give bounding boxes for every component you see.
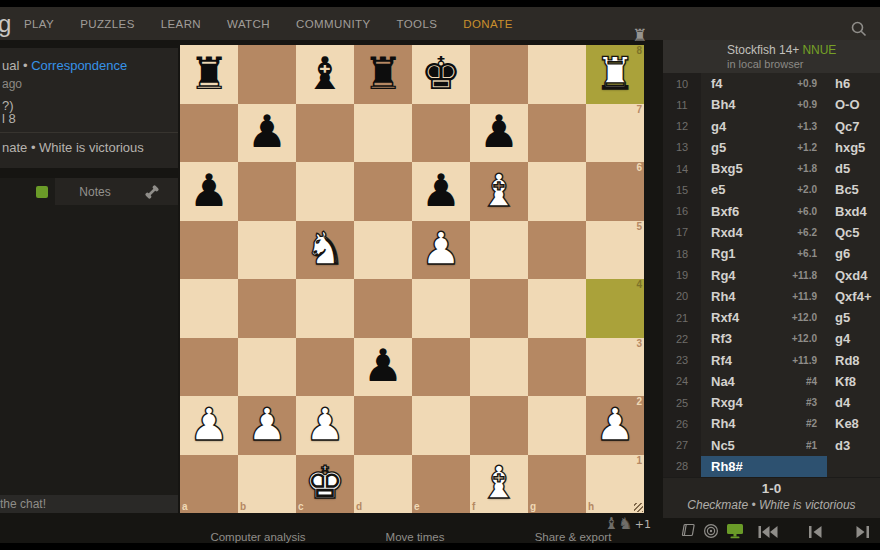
white-move[interactable]: f4 xyxy=(701,76,787,91)
square-g8[interactable] xyxy=(528,45,586,104)
practice-target-icon[interactable] xyxy=(703,523,719,543)
move-row-21: 21Rxf4+12.0g5 xyxy=(663,307,880,328)
eval-badge: #4 xyxy=(787,376,817,387)
eval-badge: +6.2 xyxy=(787,227,817,238)
piece-black-king: ♚ xyxy=(421,51,461,96)
square-d8[interactable]: ♜ xyxy=(354,45,412,104)
white-move[interactable]: Rxd4 xyxy=(701,225,787,240)
white-move[interactable]: Rh4 xyxy=(701,289,787,304)
white-move[interactable]: Rf4 xyxy=(701,353,787,368)
computer-analysis-toggle-icon[interactable] xyxy=(726,523,744,543)
white-move[interactable]: Bxg5 xyxy=(701,161,787,176)
coord-rank-1: 1 xyxy=(636,456,642,466)
black-move[interactable]: h6 xyxy=(835,76,850,91)
captured-knight-icon: ♞ xyxy=(618,516,632,532)
move-number: 24 xyxy=(663,371,701,392)
move-list: 10f4+0.9h611Bh4+0.9O-O12g4+1.3Qc713g5+1.… xyxy=(663,73,880,477)
square-d7[interactable] xyxy=(354,104,412,163)
eval-badge: +0.9 xyxy=(787,78,817,89)
bottom-border-strip xyxy=(0,543,880,550)
piece-white-king: ♚ xyxy=(305,460,345,505)
square-b6[interactable] xyxy=(238,162,296,221)
move-row-26: 26Rh4#2Ke8 xyxy=(663,413,880,434)
square-e4[interactable] xyxy=(412,279,470,338)
white-move[interactable]: Rf3 xyxy=(701,331,787,346)
square-a1[interactable]: a xyxy=(180,455,238,514)
eval-badge: +6.1 xyxy=(787,248,817,259)
lichess-analysis-page: g PLAYPUZZLESLEARNWATCHCOMMUNITYTOOLSDON… xyxy=(0,0,880,550)
coord-file-f: f xyxy=(472,502,475,512)
piece-black-pawn: ♟ xyxy=(421,168,461,213)
square-c5[interactable]: ♞ xyxy=(296,221,354,280)
move-number: 17 xyxy=(663,222,701,243)
square-d1[interactable]: d xyxy=(354,455,412,514)
white-move[interactable]: g5 xyxy=(701,140,787,155)
square-b8[interactable] xyxy=(238,45,296,104)
square-c4[interactable] xyxy=(296,279,354,338)
move-number: 27 xyxy=(663,435,701,456)
eval-badge: #2 xyxy=(787,418,817,429)
move-number: 25 xyxy=(663,392,701,413)
white-move[interactable]: Nc5 xyxy=(701,438,787,453)
move-number: 26 xyxy=(663,413,701,434)
black-move[interactable]: hxg5 xyxy=(835,140,865,155)
tab-share-export[interactable]: Share & export xyxy=(535,531,612,543)
eval-badge: +11.8 xyxy=(787,270,817,281)
result-block: 1-0 Checkmate • White is victorious xyxy=(663,477,880,518)
move-row-12: 12g4+1.3Qc7 xyxy=(663,116,880,137)
move-row-27: 27Nc5#1d3 xyxy=(663,435,880,456)
square-b4[interactable] xyxy=(238,279,296,338)
black-move[interactable]: g4 xyxy=(835,331,850,346)
game-meta-panel: ual • Correspondence ago ?) l 8 nate • W… xyxy=(0,48,178,168)
phone-icon[interactable] xyxy=(144,184,160,204)
top-nav: g PLAYPUZZLESLEARNWATCHCOMMUNITYTOOLSDON… xyxy=(0,7,880,40)
coord-rank-8: 8 xyxy=(636,46,642,56)
move-number: 11 xyxy=(663,94,701,115)
coord-rank-6: 6 xyxy=(636,163,642,173)
move-number: 23 xyxy=(663,349,701,370)
square-a7[interactable] xyxy=(180,104,238,163)
nav-menu: PLAYPUZZLESLEARNWATCHCOMMUNITYTOOLSDONAT… xyxy=(24,18,513,30)
tab-move-times[interactable]: Move times xyxy=(386,531,445,543)
square-d6[interactable] xyxy=(354,162,412,221)
move-number: 14 xyxy=(663,158,701,179)
nav-item-tools[interactable]: TOOLS xyxy=(396,18,437,30)
white-move[interactable]: Rxf4 xyxy=(701,310,787,325)
move-row-18: 18Rg1+6.1g6 xyxy=(663,243,880,264)
engine-name-line: Stockfish 14+NNUE xyxy=(727,43,880,57)
square-e5[interactable]: ♟ xyxy=(412,221,470,280)
eval-badge: +1.2 xyxy=(787,142,817,153)
move-number: 15 xyxy=(663,179,701,200)
black-player-line: l 8 xyxy=(2,111,16,126)
tab-chat-room[interactable] xyxy=(0,178,55,205)
game-status-line: nate • White is victorious xyxy=(2,140,144,155)
black-move[interactable]: Bxd4 xyxy=(835,204,867,219)
eval-badge: +1.8 xyxy=(787,163,817,174)
eval-badge: #1 xyxy=(787,440,817,451)
black-move[interactable]: Qc7 xyxy=(835,119,860,134)
coord-file-h: h xyxy=(588,502,594,512)
piece-white-pawn: ♟ xyxy=(189,402,229,447)
black-move[interactable]: d4 xyxy=(835,395,850,410)
square-d5[interactable] xyxy=(354,221,412,280)
move-row-17: 17Rxd4+6.2Qc5 xyxy=(663,222,880,243)
black-move[interactable]: Bc5 xyxy=(835,182,859,197)
search-icon[interactable] xyxy=(850,20,868,42)
piece-white-pawn: ♟ xyxy=(247,402,287,447)
square-g4[interactable] xyxy=(528,279,586,338)
white-move[interactable]: Rh8# xyxy=(701,459,787,474)
white-move[interactable]: Rg4 xyxy=(701,268,787,283)
coord-rank-3: 3 xyxy=(636,339,642,349)
eval-badge: +1.3 xyxy=(787,121,817,132)
game-time-ago: ago xyxy=(2,77,22,91)
white-move[interactable]: Bxf6 xyxy=(701,204,787,219)
move-row-19: 19Rg4+11.8Qxd4 xyxy=(663,264,880,285)
square-c1[interactable]: c♚ xyxy=(296,455,354,514)
move-row-22: 22Rf3+12.0g4 xyxy=(663,328,880,349)
engine-location: in local browser xyxy=(727,58,880,70)
chat-tabs: Notes xyxy=(0,178,178,205)
square-e8[interactable]: ♚ xyxy=(412,45,470,104)
square-f6[interactable]: ♝ xyxy=(470,162,528,221)
tab-notes[interactable]: Notes xyxy=(55,178,135,205)
piece-white-bishop: ♝ xyxy=(479,168,519,213)
eval-badge: +2.0 xyxy=(787,184,817,195)
black-move[interactable]: Qc5 xyxy=(835,225,860,240)
square-d4[interactable] xyxy=(354,279,412,338)
black-move[interactable]: Qxf4+ xyxy=(835,289,872,304)
nav-item-play[interactable]: PLAY xyxy=(24,18,54,30)
square-a4[interactable] xyxy=(180,279,238,338)
piece-white-rook: ♜ xyxy=(595,51,635,96)
opening-book-icon[interactable] xyxy=(680,523,696,542)
square-e3[interactable] xyxy=(412,338,470,397)
eval-badge: +0.9 xyxy=(787,99,817,110)
square-g7[interactable] xyxy=(528,104,586,163)
eval-badge: +6.0 xyxy=(787,206,817,217)
move-row-20: 20Rh4+11.9Qxf4+ xyxy=(663,286,880,307)
black-move[interactable]: g6 xyxy=(835,246,850,261)
chess-board: ♜♝♜♚8♜♟♟7♟♟♝6♞♟54♟3♟♟♟2♟abc♚def♝g1h xyxy=(180,45,644,513)
square-g2[interactable] xyxy=(528,396,586,455)
eval-badge: +11.9 xyxy=(787,355,817,366)
move-number: 10 xyxy=(663,73,701,94)
piece-white-pawn: ♟ xyxy=(595,402,635,447)
square-e6[interactable]: ♟ xyxy=(412,162,470,221)
move-row-16: 16Bxf6+6.0Bxd4 xyxy=(663,201,880,222)
black-move[interactable]: Qxd4 xyxy=(835,268,868,283)
divider xyxy=(0,132,178,133)
white-move[interactable]: Rg1 xyxy=(701,246,787,261)
square-h2[interactable]: 2♟ xyxy=(586,396,644,455)
tab-computer-analysis[interactable]: Computer analysis xyxy=(210,531,305,543)
move-number: 28 xyxy=(663,456,701,477)
piece-black-pawn: ♟ xyxy=(363,343,403,388)
move-number: 19 xyxy=(663,264,701,285)
nav-item-community[interactable]: COMMUNITY xyxy=(296,18,371,30)
coord-file-d: d xyxy=(356,502,362,512)
black-move[interactable]: Rd8 xyxy=(835,353,860,368)
move-row-11: 11Bh4+0.9O-O xyxy=(663,94,880,115)
square-a5[interactable] xyxy=(180,221,238,280)
coord-rank-7: 7 xyxy=(636,105,642,115)
square-c7[interactable] xyxy=(296,104,354,163)
coord-rank-5: 5 xyxy=(636,222,642,232)
material-advantage: +1 xyxy=(635,518,651,531)
previous-move-icon[interactable] xyxy=(808,525,823,543)
site-logo-fragment[interactable]: g xyxy=(0,9,14,39)
top-border-strip xyxy=(0,0,880,7)
square-f5[interactable] xyxy=(470,221,528,280)
go-to-end-icon[interactable] xyxy=(855,525,870,543)
move-number: 16 xyxy=(663,201,701,222)
square-a2[interactable]: ♟ xyxy=(180,396,238,455)
piece-white-knight: ♞ xyxy=(305,226,345,271)
square-d3[interactable]: ♟ xyxy=(354,338,412,397)
square-b5[interactable] xyxy=(238,221,296,280)
square-d2[interactable] xyxy=(354,396,412,455)
move-number: 13 xyxy=(663,137,701,158)
square-g1[interactable]: g xyxy=(528,455,586,514)
move-number: 18 xyxy=(663,243,701,264)
piece-white-pawn: ♟ xyxy=(305,402,345,447)
coord-rank-2: 2 xyxy=(636,397,642,407)
square-f7[interactable]: ♟ xyxy=(470,104,528,163)
chat-input[interactable]: the chat! xyxy=(0,495,178,513)
square-h8[interactable]: 8♜ xyxy=(586,45,644,104)
game-type-line: ual • Correspondence xyxy=(2,58,127,73)
coord-file-c: c xyxy=(298,502,304,512)
white-move[interactable]: Bh4 xyxy=(701,97,787,112)
square-b2[interactable]: ♟ xyxy=(238,396,296,455)
correspondence-link[interactable]: Correspondence xyxy=(31,58,127,73)
square-h7[interactable]: 7 xyxy=(586,104,644,163)
coord-file-a: a xyxy=(182,502,188,512)
square-a8[interactable]: ♜ xyxy=(180,45,238,104)
square-f2[interactable] xyxy=(470,396,528,455)
eval-badge: #3 xyxy=(787,397,817,408)
square-h6[interactable]: 6 xyxy=(586,162,644,221)
piece-white-bishop: ♝ xyxy=(479,460,519,505)
black-move[interactable]: g5 xyxy=(835,310,850,325)
white-move[interactable]: Rh4 xyxy=(701,416,787,431)
piece-black-bishop: ♝ xyxy=(305,51,345,96)
coord-rank-4: 4 xyxy=(636,280,642,290)
piece-white-pawn: ♟ xyxy=(421,226,461,271)
square-b3[interactable] xyxy=(238,338,296,397)
eval-badge: +12.0 xyxy=(787,333,817,344)
move-number: 12 xyxy=(663,116,701,137)
square-c3[interactable] xyxy=(296,338,354,397)
black-move[interactable]: O-O xyxy=(835,97,860,112)
engine-panel: Stockfish 14+NNUE in local browser xyxy=(663,40,880,73)
white-move[interactable]: e5 xyxy=(701,182,787,197)
result-status: Checkmate • White is victorious xyxy=(663,498,880,512)
move-row-10: 10f4+0.9h6 xyxy=(663,73,880,94)
square-a3[interactable] xyxy=(180,338,238,397)
black-move[interactable]: d3 xyxy=(835,438,850,453)
black-move[interactable]: Ke8 xyxy=(835,416,859,431)
white-move[interactable]: Rxg4 xyxy=(701,395,787,410)
square-e7[interactable] xyxy=(412,104,470,163)
move-number: 22 xyxy=(663,328,701,349)
square-c8[interactable]: ♝ xyxy=(296,45,354,104)
black-move[interactable]: Kf8 xyxy=(835,374,856,389)
black-move[interactable]: d5 xyxy=(835,161,850,176)
square-c6[interactable] xyxy=(296,162,354,221)
square-e2[interactable] xyxy=(412,396,470,455)
white-move[interactable]: Na4 xyxy=(701,374,787,389)
nav-item-learn[interactable]: LEARN xyxy=(161,18,201,30)
square-h3[interactable]: 3 xyxy=(586,338,644,397)
move-row-23: 23Rf4+11.9Rd8 xyxy=(663,349,880,370)
square-b1[interactable]: b xyxy=(238,455,296,514)
nav-item-puzzles[interactable]: PUZZLES xyxy=(80,18,135,30)
square-c2[interactable]: ♟ xyxy=(296,396,354,455)
piece-black-pawn: ♟ xyxy=(479,109,519,154)
nav-item-donate[interactable]: DONATE xyxy=(463,18,512,30)
eval-badge: +11.9 xyxy=(787,291,817,302)
captured-bishop-icon: ♝ xyxy=(604,516,618,532)
nav-item-watch[interactable]: WATCH xyxy=(227,18,270,30)
move-row-14: 14Bxg5+1.8d5 xyxy=(663,158,880,179)
square-a6[interactable]: ♟ xyxy=(180,162,238,221)
square-f4[interactable] xyxy=(470,279,528,338)
square-h1[interactable]: 1h xyxy=(586,455,644,514)
white-move[interactable]: g4 xyxy=(701,119,787,134)
move-row-15: 15e5+2.0Bc5 xyxy=(663,179,880,200)
square-f3[interactable] xyxy=(470,338,528,397)
square-g3[interactable] xyxy=(528,338,586,397)
result-score: 1-0 xyxy=(663,481,880,496)
move-number: 20 xyxy=(663,286,701,307)
go-to-start-icon[interactable] xyxy=(758,525,778,543)
move-row-25: 25Rxg4#3d4 xyxy=(663,392,880,413)
move-row-13: 13g5+1.2hxg5 xyxy=(663,137,880,158)
move-row-24: 24Na4#4Kf8 xyxy=(663,371,880,392)
square-g5[interactable] xyxy=(528,221,586,280)
move-row-28: 28Rh8# xyxy=(663,456,880,477)
square-g6[interactable] xyxy=(528,162,586,221)
square-f8[interactable] xyxy=(470,45,528,104)
nnue-badge: NNUE xyxy=(802,43,836,57)
presence-square-icon xyxy=(36,186,48,198)
square-f1[interactable]: f♝ xyxy=(470,455,528,514)
square-e1[interactable]: e xyxy=(412,455,470,514)
eval-badge: +12.0 xyxy=(787,312,817,323)
piece-black-rook: ♜ xyxy=(363,51,403,96)
white-material: ♝ ♞ +1 xyxy=(604,516,651,532)
coord-file-g: g xyxy=(530,502,536,512)
coord-file-b: b xyxy=(240,502,246,512)
chat-message-area xyxy=(0,205,178,495)
piece-black-rook: ♜ xyxy=(189,51,229,96)
square-b7[interactable]: ♟ xyxy=(238,104,296,163)
coord-file-e: e xyxy=(414,502,420,512)
move-number: 21 xyxy=(663,307,701,328)
square-h5[interactable]: 5 xyxy=(586,221,644,280)
board-resize-handle[interactable] xyxy=(634,503,643,512)
piece-black-pawn: ♟ xyxy=(247,109,287,154)
black-material-rook-icon: ♜ xyxy=(632,26,647,44)
piece-black-pawn: ♟ xyxy=(189,168,229,213)
square-h4[interactable]: 4 xyxy=(586,279,644,338)
